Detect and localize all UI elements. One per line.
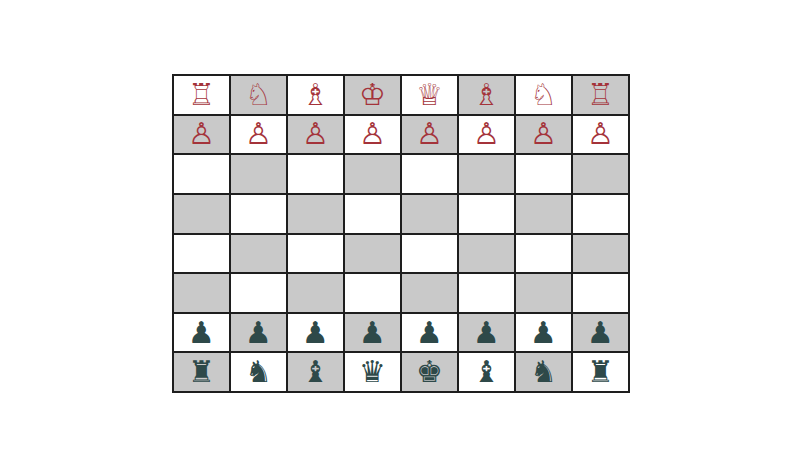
square-a2[interactable]: ♟ xyxy=(174,314,229,352)
square-f8[interactable]: ♗ xyxy=(459,76,514,114)
square-g2[interactable]: ♟ xyxy=(516,314,571,352)
square-b3[interactable] xyxy=(231,274,286,312)
square-f2[interactable]: ♟ xyxy=(459,314,514,352)
square-f3[interactable] xyxy=(459,274,514,312)
piece-dark-pawn[interactable]: ♟ xyxy=(473,318,500,348)
square-a4[interactable] xyxy=(174,235,229,273)
square-g7[interactable]: ♙ xyxy=(516,116,571,154)
square-e4[interactable] xyxy=(402,235,457,273)
square-f7[interactable]: ♙ xyxy=(459,116,514,154)
square-d4[interactable] xyxy=(345,235,400,273)
square-f4[interactable] xyxy=(459,235,514,273)
square-e1[interactable]: ♚ xyxy=(402,353,457,391)
piece-dark-pawn[interactable]: ♟ xyxy=(359,318,386,348)
square-a3[interactable] xyxy=(174,274,229,312)
square-h8[interactable]: ♖ xyxy=(573,76,628,114)
square-c8[interactable]: ♗ xyxy=(288,76,343,114)
piece-dark-pawn[interactable]: ♟ xyxy=(587,318,614,348)
piece-red-king[interactable]: ♔ xyxy=(359,80,386,110)
square-b7[interactable]: ♙ xyxy=(231,116,286,154)
square-b8[interactable]: ♘ xyxy=(231,76,286,114)
piece-red-rook[interactable]: ♖ xyxy=(188,80,215,110)
square-d1[interactable]: ♛ xyxy=(345,353,400,391)
piece-dark-bishop[interactable]: ♝ xyxy=(302,357,329,387)
square-b2[interactable]: ♟ xyxy=(231,314,286,352)
square-g3[interactable] xyxy=(516,274,571,312)
piece-dark-rook[interactable]: ♜ xyxy=(188,357,215,387)
square-a8[interactable]: ♖ xyxy=(174,76,229,114)
square-e5[interactable] xyxy=(402,195,457,233)
square-g4[interactable] xyxy=(516,235,571,273)
square-c5[interactable] xyxy=(288,195,343,233)
square-d3[interactable] xyxy=(345,274,400,312)
piece-red-pawn[interactable]: ♙ xyxy=(245,119,272,149)
piece-red-knight[interactable]: ♘ xyxy=(530,80,557,110)
square-c2[interactable]: ♟ xyxy=(288,314,343,352)
square-h7[interactable]: ♙ xyxy=(573,116,628,154)
square-f6[interactable] xyxy=(459,155,514,193)
square-d7[interactable]: ♙ xyxy=(345,116,400,154)
square-g6[interactable] xyxy=(516,155,571,193)
square-h2[interactable]: ♟ xyxy=(573,314,628,352)
square-c6[interactable] xyxy=(288,155,343,193)
square-f5[interactable] xyxy=(459,195,514,233)
piece-dark-knight[interactable]: ♞ xyxy=(530,357,557,387)
piece-dark-knight[interactable]: ♞ xyxy=(245,357,272,387)
square-b5[interactable] xyxy=(231,195,286,233)
square-c4[interactable] xyxy=(288,235,343,273)
square-d5[interactable] xyxy=(345,195,400,233)
square-h1[interactable]: ♜ xyxy=(573,353,628,391)
piece-red-knight[interactable]: ♘ xyxy=(245,80,272,110)
piece-dark-king[interactable]: ♚ xyxy=(416,357,443,387)
square-e8[interactable]: ♕ xyxy=(402,76,457,114)
square-h5[interactable] xyxy=(573,195,628,233)
square-d2[interactable]: ♟ xyxy=(345,314,400,352)
piece-dark-rook[interactable]: ♜ xyxy=(587,357,614,387)
square-f1[interactable]: ♝ xyxy=(459,353,514,391)
square-c7[interactable]: ♙ xyxy=(288,116,343,154)
square-d6[interactable] xyxy=(345,155,400,193)
square-a6[interactable] xyxy=(174,155,229,193)
piece-dark-pawn[interactable]: ♟ xyxy=(188,318,215,348)
square-e6[interactable] xyxy=(402,155,457,193)
square-e3[interactable] xyxy=(402,274,457,312)
piece-dark-bishop[interactable]: ♝ xyxy=(473,357,500,387)
square-h3[interactable] xyxy=(573,274,628,312)
square-h4[interactable] xyxy=(573,235,628,273)
piece-red-pawn[interactable]: ♙ xyxy=(587,119,614,149)
square-a1[interactable]: ♜ xyxy=(174,353,229,391)
page-background: ♖♘♗♔♕♗♘♖♙♙♙♙♙♙♙♙♟♟♟♟♟♟♟♟♜♞♝♛♚♝♞♜ xyxy=(0,0,800,450)
piece-dark-pawn[interactable]: ♟ xyxy=(245,318,272,348)
chess-board: ♖♘♗♔♕♗♘♖♙♙♙♙♙♙♙♙♟♟♟♟♟♟♟♟♜♞♝♛♚♝♞♜ xyxy=(172,74,630,393)
square-c3[interactable] xyxy=(288,274,343,312)
piece-red-pawn[interactable]: ♙ xyxy=(359,119,386,149)
piece-red-pawn[interactable]: ♙ xyxy=(473,119,500,149)
square-g1[interactable]: ♞ xyxy=(516,353,571,391)
square-a5[interactable] xyxy=(174,195,229,233)
piece-dark-pawn[interactable]: ♟ xyxy=(530,318,557,348)
piece-dark-pawn[interactable]: ♟ xyxy=(302,318,329,348)
piece-red-pawn[interactable]: ♙ xyxy=(302,119,329,149)
square-b1[interactable]: ♞ xyxy=(231,353,286,391)
square-h6[interactable] xyxy=(573,155,628,193)
square-a7[interactable]: ♙ xyxy=(174,116,229,154)
square-g5[interactable] xyxy=(516,195,571,233)
square-b4[interactable] xyxy=(231,235,286,273)
piece-red-queen[interactable]: ♕ xyxy=(416,80,443,110)
piece-red-pawn[interactable]: ♙ xyxy=(416,119,443,149)
square-e7[interactable]: ♙ xyxy=(402,116,457,154)
piece-dark-pawn[interactable]: ♟ xyxy=(416,318,443,348)
square-c1[interactable]: ♝ xyxy=(288,353,343,391)
square-g8[interactable]: ♘ xyxy=(516,76,571,114)
square-e2[interactable]: ♟ xyxy=(402,314,457,352)
piece-red-rook[interactable]: ♖ xyxy=(587,80,614,110)
piece-red-bishop[interactable]: ♗ xyxy=(302,80,329,110)
piece-red-bishop[interactable]: ♗ xyxy=(473,80,500,110)
square-b6[interactable] xyxy=(231,155,286,193)
piece-red-pawn[interactable]: ♙ xyxy=(188,119,215,149)
piece-dark-queen[interactable]: ♛ xyxy=(359,357,386,387)
square-d8[interactable]: ♔ xyxy=(345,76,400,114)
piece-red-pawn[interactable]: ♙ xyxy=(530,119,557,149)
